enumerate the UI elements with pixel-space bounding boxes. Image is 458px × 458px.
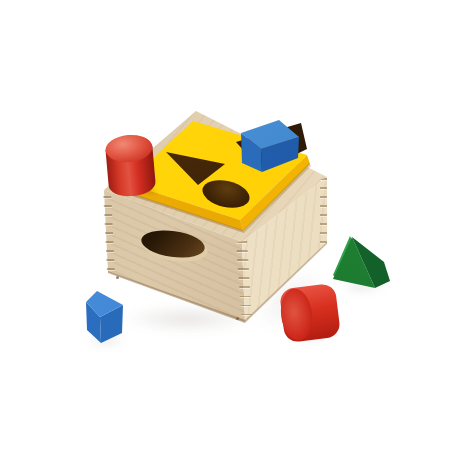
red-cylinder-on-lid: [104, 133, 156, 199]
red-cylinder-floor: [279, 283, 341, 343]
product-photo-scene: [0, 0, 458, 458]
nail-dot: [236, 317, 239, 320]
nail-dot: [116, 276, 119, 279]
wood-grain-top: [0, 0, 458, 458]
